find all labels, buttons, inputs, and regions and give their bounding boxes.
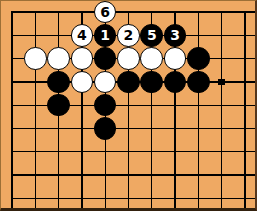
white-stone-move-2: 2	[117, 24, 140, 47]
white-stone-move-4: 4	[71, 24, 94, 47]
white-stone-move-6: 6	[94, 1, 117, 24]
black-stone	[47, 71, 70, 94]
white-stone	[71, 71, 94, 94]
black-stone	[117, 71, 140, 94]
white-stone	[47, 47, 70, 70]
stone-number: 3	[170, 28, 180, 42]
black-stone	[164, 71, 187, 94]
white-stone	[117, 47, 140, 70]
black-stone	[47, 94, 70, 117]
white-stone	[164, 47, 187, 70]
black-stone	[187, 47, 210, 70]
black-stone-move-5: 5	[140, 24, 163, 47]
white-stone	[94, 71, 117, 94]
black-stone	[94, 117, 117, 140]
white-stone	[24, 47, 47, 70]
black-stone	[187, 71, 210, 94]
black-stone	[94, 94, 117, 117]
white-stone	[71, 47, 94, 70]
stone-number: 5	[147, 28, 157, 42]
black-stone-move-1: 1	[94, 24, 117, 47]
go-board-diagram: 641253	[0, 0, 257, 211]
white-stone	[140, 47, 163, 70]
go-grid: 641253	[0, 0, 256, 210]
stone-number: 2	[124, 28, 134, 42]
black-stone	[94, 47, 117, 70]
star-point-marker	[218, 79, 225, 86]
stone-number: 1	[100, 28, 110, 42]
black-stone	[140, 71, 163, 94]
stone-number: 6	[100, 5, 110, 19]
stone-number: 4	[77, 28, 87, 42]
black-stone-move-3: 3	[164, 24, 187, 47]
